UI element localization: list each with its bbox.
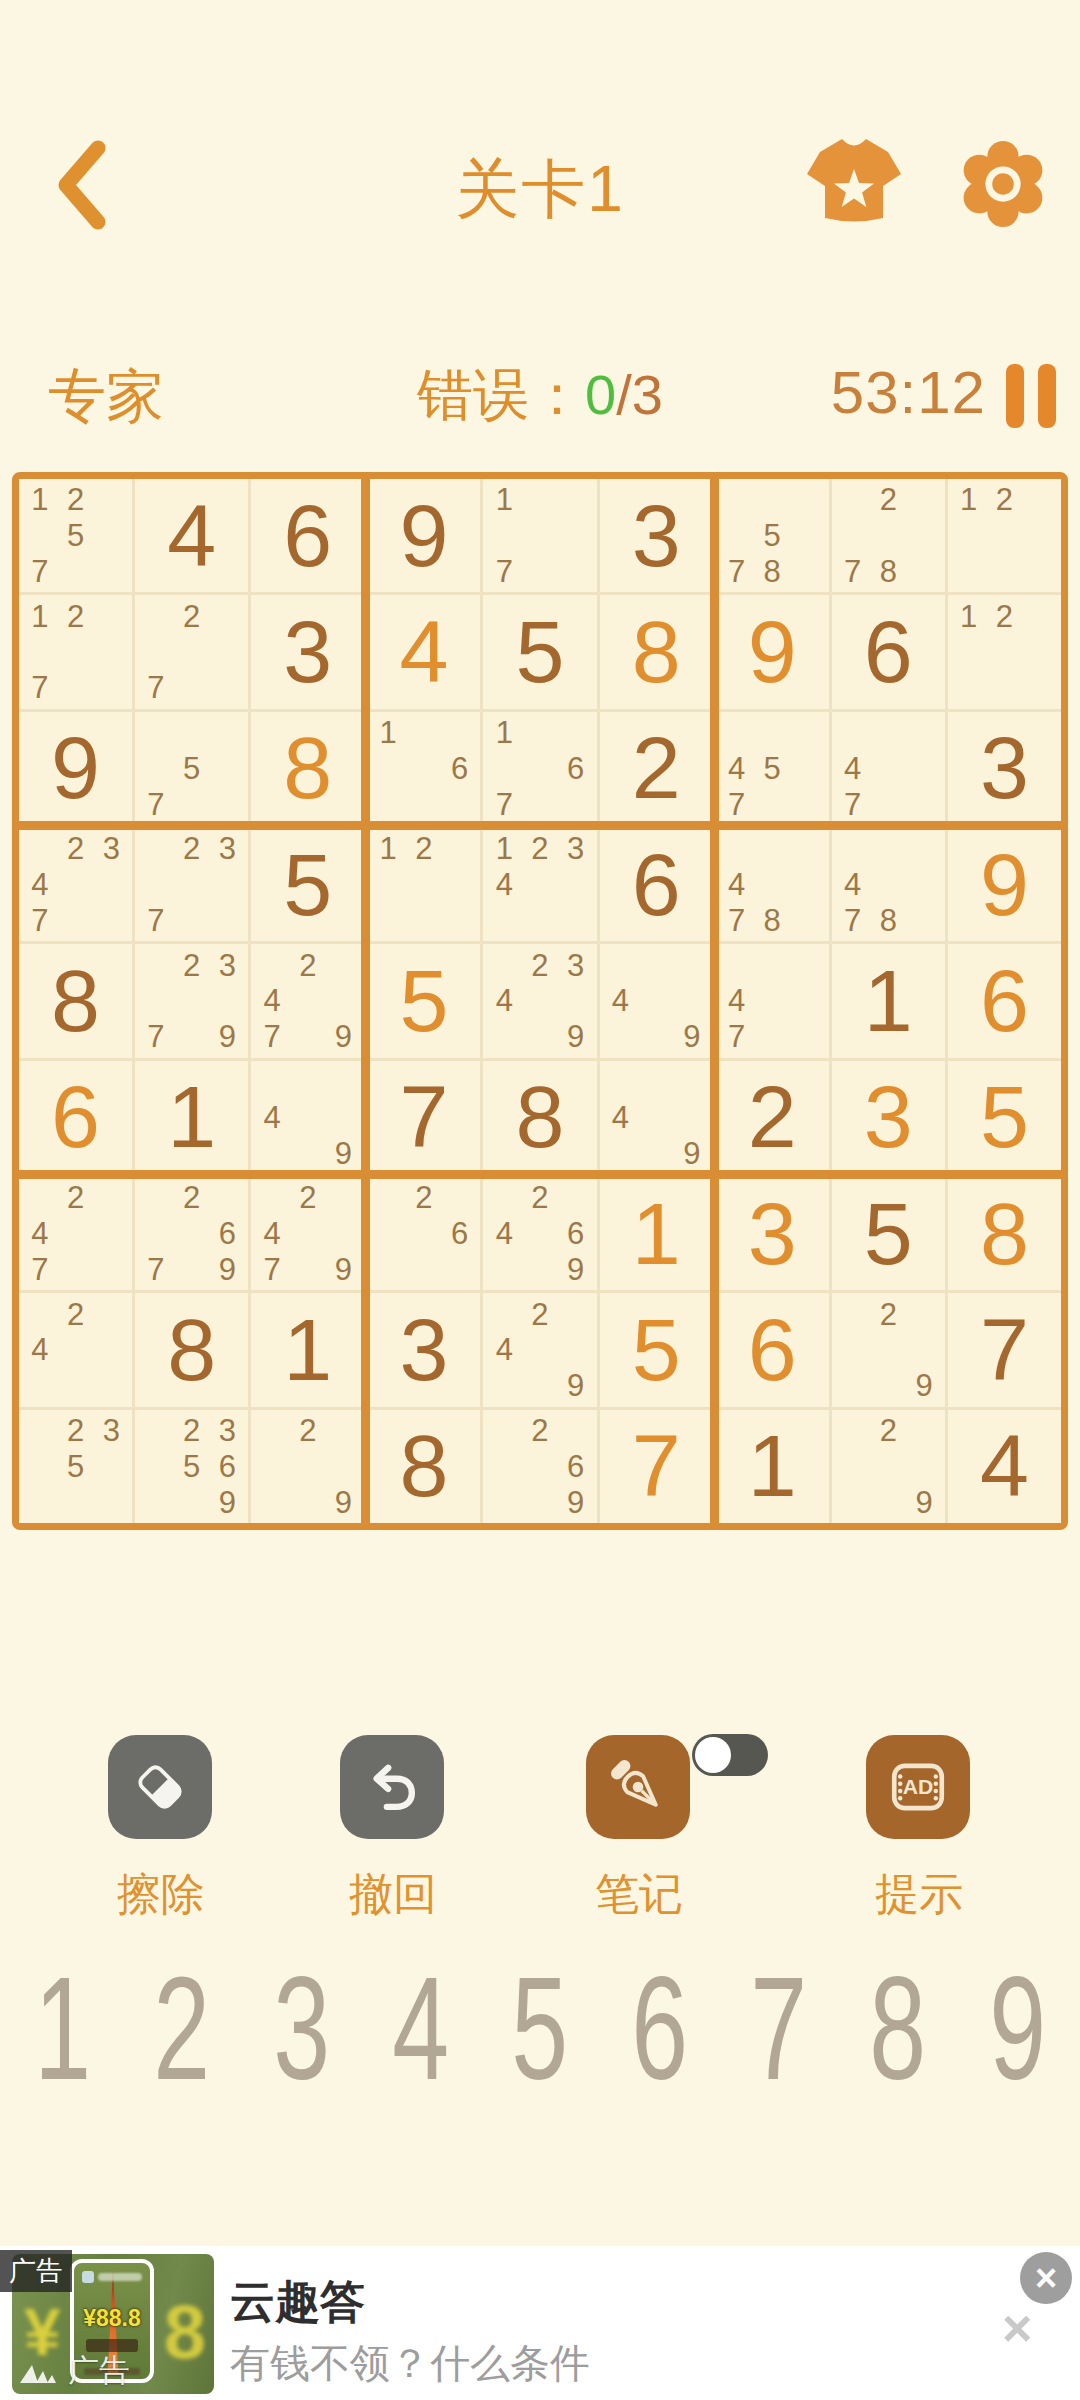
numpad-2[interactable]: 2 <box>154 1956 211 2102</box>
note-digit: 6 <box>558 1216 594 1252</box>
cell-r1c9[interactable]: 12 <box>948 479 1061 592</box>
pencil-notes: 26 <box>370 1180 477 1287</box>
note-digit: 4 <box>719 983 755 1019</box>
pencil-notes: 2479 <box>254 947 361 1054</box>
notes-button[interactable]: 笔记 <box>586 1735 692 1924</box>
note-digit: 9 <box>326 1135 362 1171</box>
cell-r1c8[interactable]: 278 <box>832 479 945 592</box>
numpad-7[interactable]: 7 <box>750 1956 807 2102</box>
note-digit: 4 <box>254 1216 290 1252</box>
note-digit: 2 <box>522 1413 558 1449</box>
note-digit: 1 <box>486 715 522 751</box>
pause-button[interactable] <box>1006 364 1060 430</box>
numpad-8[interactable]: 8 <box>870 1956 927 2102</box>
cell-r9c3[interactable]: 29 <box>251 1410 364 1523</box>
note-digit: 9 <box>558 1019 594 1055</box>
cell-r4c9[interactable]: 9 <box>948 828 1061 941</box>
user-digit: 1 <box>632 1190 681 1278</box>
cell-r6c5[interactable]: 8 <box>483 1061 596 1174</box>
note-digit: 4 <box>719 750 755 786</box>
given-digit: 1 <box>748 1422 797 1510</box>
pencil-notes: 49 <box>603 947 710 1054</box>
blurred-text-bar <box>98 2273 142 2281</box>
note-digit: 7 <box>22 903 58 939</box>
cell-r8c7[interactable]: 6 <box>716 1293 829 1406</box>
cell-r9c6[interactable]: 7 <box>600 1410 713 1523</box>
note-digit: 2 <box>174 1413 210 1449</box>
note-digit: 7 <box>486 786 522 822</box>
note-digit: 7 <box>719 1019 755 1055</box>
errors-indicator: 错误：0/3 <box>417 358 663 434</box>
pause-bar <box>1006 364 1024 428</box>
note-digit: 2 <box>522 947 558 983</box>
theme-shirt-icon[interactable] <box>806 130 902 230</box>
toggle-knob <box>695 1737 731 1773</box>
note-digit: 9 <box>326 1019 362 1055</box>
given-digit: 6 <box>632 841 681 929</box>
numpad-9[interactable]: 9 <box>989 1956 1046 2102</box>
note-digit: 2 <box>58 598 94 634</box>
cell-r5c2[interactable]: 2379 <box>135 944 248 1057</box>
pencil-notes: 2679 <box>138 1180 245 1287</box>
numpad: 123456789 <box>0 1956 1080 2102</box>
user-digit: 7 <box>632 1422 681 1510</box>
note-digit: 1 <box>370 831 406 867</box>
note-digit: 5 <box>754 518 790 554</box>
pencil-notes: 27 <box>138 598 245 705</box>
note-digit: 7 <box>138 903 174 939</box>
note-digit: 4 <box>486 983 522 1019</box>
note-digit: 9 <box>326 1252 362 1288</box>
close-icon: × <box>1035 2259 1057 2297</box>
note-digit: 1 <box>951 482 987 518</box>
pencil-notes: 478 <box>835 831 942 938</box>
pen-nib-icon <box>586 1735 690 1839</box>
pencil-notes: 457 <box>719 715 826 822</box>
note-digit: 4 <box>486 1216 522 1252</box>
given-digit: 2 <box>632 724 681 812</box>
eraser-icon <box>108 1735 212 1839</box>
pencil-notes: 1257 <box>22 482 129 589</box>
ad-watermark-text: 广告 <box>68 2350 130 2392</box>
cell-r1c6[interactable]: 3 <box>600 479 713 592</box>
note-digit: 4 <box>22 1216 58 1252</box>
numpad-4[interactable]: 4 <box>392 1956 449 2102</box>
user-digit: 8 <box>980 1190 1029 1278</box>
cell-r2c8[interactable]: 6 <box>832 595 945 708</box>
note-digit: 4 <box>254 1099 290 1135</box>
note-digit: 7 <box>138 1019 174 1055</box>
note-digit: 6 <box>210 1448 246 1484</box>
cell-r2c9[interactable]: 12 <box>948 595 1061 708</box>
cell-r5c8[interactable]: 1 <box>832 944 945 1057</box>
cell-r6c9[interactable]: 5 <box>948 1061 1061 1174</box>
note-digit: 7 <box>22 1252 58 1288</box>
note-digit: 2 <box>58 1180 94 1216</box>
pencil-notes: 237 <box>138 831 245 938</box>
cell-r3c3[interactable]: 8 <box>251 712 364 825</box>
note-digit: 9 <box>326 1484 362 1520</box>
pencil-notes: 47 <box>719 947 826 1054</box>
note-digit: 5 <box>58 518 94 554</box>
pencil-notes: 127 <box>22 598 129 705</box>
settings-gear-icon[interactable] <box>956 136 1050 232</box>
note-digit: 7 <box>254 1019 290 1055</box>
user-digit: 6 <box>748 1306 797 1394</box>
note-digit: 1 <box>370 715 406 751</box>
cell-r3c5[interactable]: 167 <box>483 712 596 825</box>
undo-label: 撤回 <box>340 1865 446 1924</box>
user-digit: 5 <box>632 1306 681 1394</box>
cell-r6c6[interactable]: 49 <box>600 1061 713 1174</box>
cell-r7c5[interactable]: 2469 <box>483 1177 596 1290</box>
note-digit: 2 <box>406 831 442 867</box>
note-digit: 8 <box>754 554 790 590</box>
given-digit: 2 <box>748 1073 797 1161</box>
cell-r8c2[interactable]: 8 <box>135 1293 248 1406</box>
pencil-notes: 29 <box>835 1413 942 1520</box>
timer-value: 53:12 <box>831 358 986 427</box>
notes-label: 笔记 <box>586 1865 692 1924</box>
note-digit: 4 <box>835 867 871 903</box>
cell-r6c8[interactable]: 3 <box>832 1061 945 1174</box>
note-digit: 3 <box>93 1413 129 1449</box>
cell-r9c4[interactable]: 8 <box>367 1410 480 1523</box>
pencil-notes: 235 <box>22 1413 129 1520</box>
cell-r9c8[interactable]: 29 <box>832 1410 945 1523</box>
given-digit: 3 <box>399 1306 448 1394</box>
numpad-5[interactable]: 5 <box>512 1956 569 2102</box>
user-digit: 8 <box>632 608 681 696</box>
pencil-notes: 2379 <box>138 947 245 1054</box>
note-digit: 2 <box>870 482 906 518</box>
pencil-notes: 1234 <box>486 831 593 938</box>
given-digit: 4 <box>167 492 216 580</box>
cell-r3c2[interactable]: 57 <box>135 712 248 825</box>
note-digit: 2 <box>406 1180 442 1216</box>
cell-r4c6[interactable]: 6 <box>600 828 713 941</box>
note-digit: 6 <box>210 1216 246 1252</box>
note-digit: 4 <box>22 1332 58 1368</box>
ad-badge-text: AD <box>903 1775 934 1798</box>
note-digit: 2 <box>174 598 210 634</box>
pencil-notes: 12 <box>951 482 1058 589</box>
given-digit: 8 <box>399 1422 448 1510</box>
cell-r4c8[interactable]: 478 <box>832 828 945 941</box>
note-digit: 9 <box>558 1368 594 1404</box>
note-digit: 9 <box>210 1019 246 1055</box>
cell-r5c6[interactable]: 49 <box>600 944 713 1057</box>
cell-r6c4[interactable]: 7 <box>367 1061 480 1174</box>
pencil-notes: 2469 <box>486 1180 593 1287</box>
ad-price-text: ¥88.8 <box>74 2305 150 2332</box>
erase-button[interactable]: 擦除 <box>108 1735 214 1924</box>
cell-r8c9[interactable]: 7 <box>948 1293 1061 1406</box>
ad-tag: 广告 <box>0 2250 72 2292</box>
note-digit: 9 <box>674 1019 710 1055</box>
cell-r5c3[interactable]: 2479 <box>251 944 364 1057</box>
pencil-notes: 12 <box>370 831 477 938</box>
note-digit: 2 <box>174 947 210 983</box>
note-digit: 1 <box>486 482 522 518</box>
note-digit: 4 <box>486 1332 522 1368</box>
cell-r3c7[interactable]: 457 <box>716 712 829 825</box>
pencil-notes: 47 <box>835 715 942 822</box>
note-digit: 4 <box>486 867 522 903</box>
user-digit: 9 <box>980 841 1029 929</box>
cell-r3c9[interactable]: 3 <box>948 712 1061 825</box>
given-digit: 1 <box>864 957 913 1045</box>
note-digit: 3 <box>210 1413 246 1449</box>
ad-digit-glyph: 8 <box>164 2288 206 2375</box>
pencil-notes: 23569 <box>138 1413 245 1520</box>
cell-r2c5[interactable]: 5 <box>483 595 596 708</box>
note-digit: 6 <box>558 1448 594 1484</box>
note-digit: 1 <box>22 482 58 518</box>
pencil-notes: 49 <box>254 1064 361 1171</box>
note-digit: 2 <box>522 1296 558 1332</box>
cell-r7c8[interactable]: 5 <box>832 1177 945 1290</box>
given-digit: 6 <box>864 608 913 696</box>
undo-button[interactable]: 撤回 <box>340 1735 446 1924</box>
note-digit: 7 <box>138 670 174 706</box>
cell-r7c4[interactable]: 26 <box>367 1177 480 1290</box>
given-digit: 7 <box>399 1073 448 1161</box>
cell-r3c8[interactable]: 47 <box>832 712 945 825</box>
note-digit: 3 <box>93 831 129 867</box>
page-title: 关卡1 <box>0 146 1080 233</box>
note-digit: 7 <box>254 1252 290 1288</box>
cell-r6c2[interactable]: 1 <box>135 1061 248 1174</box>
given-digit: 3 <box>632 492 681 580</box>
cell-r4c5[interactable]: 1234 <box>483 828 596 941</box>
user-digit: 4 <box>399 608 448 696</box>
cell-r4c4[interactable]: 12 <box>367 828 480 941</box>
note-digit: 5 <box>174 1448 210 1484</box>
note-digit: 3 <box>558 831 594 867</box>
note-digit: 3 <box>558 947 594 983</box>
cell-r2c2[interactable]: 27 <box>135 595 248 708</box>
user-digit: 3 <box>748 1190 797 1278</box>
note-digit: 6 <box>442 1216 478 1252</box>
note-digit: 2 <box>58 1296 94 1332</box>
cell-r7c3[interactable]: 2479 <box>251 1177 364 1290</box>
status-bar: 专家 错误：0/3 53:12 <box>0 352 1080 432</box>
pencil-notes: 17 <box>486 482 593 589</box>
note-digit: 9 <box>210 1252 246 1288</box>
pencil-notes: 247 <box>22 1180 129 1287</box>
hint-label: 提示 <box>866 1865 972 1924</box>
cell-r4c3[interactable]: 5 <box>251 828 364 941</box>
cell-r4c2[interactable]: 237 <box>135 828 248 941</box>
erase-label: 擦除 <box>108 1865 214 1924</box>
errors-label: 错误： <box>417 363 585 426</box>
given-digit: 5 <box>283 841 332 929</box>
cell-r9c9[interactable]: 4 <box>948 1410 1061 1523</box>
note-digit: 6 <box>442 750 478 786</box>
app-icon <box>82 2271 94 2283</box>
cell-r2c6[interactable]: 8 <box>600 595 713 708</box>
note-digit: 4 <box>254 983 290 1019</box>
hint-button[interactable]: AD 提示 <box>866 1735 972 1924</box>
given-digit: 9 <box>51 724 100 812</box>
ad-close-button[interactable]: × <box>1020 2252 1072 2304</box>
pencil-notes: 278 <box>835 482 942 589</box>
given-digit: 5 <box>516 608 565 696</box>
cell-r7c6[interactable]: 1 <box>600 1177 713 1290</box>
sudoku-board: 1257469173578278121272734589612957816167… <box>12 472 1068 1530</box>
note-digit: 9 <box>210 1484 246 1520</box>
cell-r2c7[interactable]: 9 <box>716 595 829 708</box>
pencil-notes: 249 <box>486 1296 593 1403</box>
block-border <box>19 821 1061 830</box>
cell-r7c9[interactable]: 8 <box>948 1177 1061 1290</box>
note-digit: 7 <box>835 786 871 822</box>
note-digit: 2 <box>870 1413 906 1449</box>
ad-film-icon: AD <box>866 1735 970 1839</box>
cell-r3c4[interactable]: 16 <box>367 712 480 825</box>
cell-r9c1[interactable]: 235 <box>19 1410 132 1523</box>
note-digit: 2 <box>58 831 94 867</box>
cell-r1c1[interactable]: 1257 <box>19 479 132 592</box>
cell-r8c4[interactable]: 3 <box>367 1293 480 1406</box>
cell-r7c2[interactable]: 2679 <box>135 1177 248 1290</box>
cell-r3c6[interactable]: 2 <box>600 712 713 825</box>
cell-r7c7[interactable]: 3 <box>716 1177 829 1290</box>
ad-subtitle: 有钱不领？什么条件 <box>230 2336 590 2391</box>
cell-r9c2[interactable]: 23569 <box>135 1410 248 1523</box>
note-digit: 4 <box>603 1099 639 1135</box>
note-digit: 2 <box>290 1413 326 1449</box>
cell-r5c1[interactable]: 8 <box>19 944 132 1057</box>
given-digit: 3 <box>283 608 332 696</box>
cell-r8c8[interactable]: 29 <box>832 1293 945 1406</box>
user-digit: 3 <box>864 1073 913 1161</box>
note-digit: 7 <box>835 554 871 590</box>
note-digit: 1 <box>486 831 522 867</box>
cell-r9c7[interactable]: 1 <box>716 1410 829 1523</box>
note-digit: 2 <box>290 947 326 983</box>
given-digit: 8 <box>516 1073 565 1161</box>
note-digit: 7 <box>486 554 522 590</box>
pencil-notes: 24 <box>22 1296 129 1403</box>
user-digit: 5 <box>399 957 448 1045</box>
cell-r5c7[interactable]: 47 <box>716 944 829 1057</box>
cell-r4c1[interactable]: 2347 <box>19 828 132 941</box>
numpad-3[interactable]: 3 <box>273 1956 330 2102</box>
cell-r2c3[interactable]: 3 <box>251 595 364 708</box>
errors-count: 0 <box>585 363 616 426</box>
pause-bar <box>1038 364 1056 428</box>
given-digit: 5 <box>864 1190 913 1278</box>
cell-r1c5[interactable]: 17 <box>483 479 596 592</box>
note-digit: 5 <box>174 750 210 786</box>
note-digit: 9 <box>558 1484 594 1520</box>
ad-banner[interactable]: 广告 ¥ 8 ¥88.8 广告 云趣答 有钱不领？什么条 <box>0 2246 1080 2400</box>
given-digit: 3 <box>980 724 1029 812</box>
cell-r2c1[interactable]: 127 <box>19 595 132 708</box>
given-digit: 4 <box>980 1422 1029 1510</box>
cell-r4c7[interactable]: 478 <box>716 828 829 941</box>
cell-r5c9[interactable]: 6 <box>948 944 1061 1057</box>
note-digit: 7 <box>22 554 58 590</box>
cell-r8c3[interactable]: 1 <box>251 1293 364 1406</box>
note-digit: 7 <box>138 786 174 822</box>
note-digit: 7 <box>719 786 755 822</box>
cell-r8c1[interactable]: 24 <box>19 1293 132 1406</box>
sudoku-app-screen: 关卡1 专家 错误：0/3 53:12 12574691735782781212… <box>0 0 1080 2400</box>
cell-r6c1[interactable]: 6 <box>19 1061 132 1174</box>
pencil-notes: 57 <box>138 715 245 822</box>
note-digit: 2 <box>58 482 94 518</box>
note-digit: 9 <box>906 1368 942 1404</box>
given-digit: 7 <box>980 1306 1029 1394</box>
given-digit: 1 <box>167 1073 216 1161</box>
pencil-notes: 269 <box>486 1413 593 1520</box>
note-digit: 7 <box>719 554 755 590</box>
note-digit: 5 <box>58 1448 94 1484</box>
pencil-notes: 2347 <box>22 831 129 938</box>
user-digit: 6 <box>980 957 1029 1045</box>
numpad-6[interactable]: 6 <box>631 1956 688 2102</box>
cell-r3c1[interactable]: 9 <box>19 712 132 825</box>
cell-r1c3[interactable]: 6 <box>251 479 364 592</box>
user-digit: 9 <box>748 608 797 696</box>
note-digit: 2 <box>522 1180 558 1216</box>
note-digit: 2 <box>174 831 210 867</box>
note-digit: 3 <box>210 947 246 983</box>
note-digit: 9 <box>558 1252 594 1288</box>
user-digit: 6 <box>51 1073 100 1161</box>
cell-r1c4[interactable]: 9 <box>367 479 480 592</box>
notes-toggle[interactable] <box>692 1734 768 1776</box>
given-digit: 9 <box>399 492 448 580</box>
block-border <box>19 1170 1061 1179</box>
cell-r8c5[interactable]: 249 <box>483 1293 596 1406</box>
pencil-notes: 2479 <box>254 1180 361 1287</box>
given-digit: 8 <box>51 957 100 1045</box>
given-digit: 8 <box>167 1306 216 1394</box>
note-digit: 2 <box>987 482 1023 518</box>
block-border <box>361 479 370 1523</box>
cell-r8c6[interactable]: 5 <box>600 1293 713 1406</box>
cell-r1c7[interactable]: 578 <box>716 479 829 592</box>
note-digit: 9 <box>674 1135 710 1171</box>
pencil-notes: 29 <box>254 1413 361 1520</box>
cell-r9c5[interactable]: 269 <box>483 1410 596 1523</box>
ad-network-logo-icon <box>18 2357 64 2385</box>
cell-r5c5[interactable]: 2349 <box>483 944 596 1057</box>
cell-r6c7[interactable]: 2 <box>716 1061 829 1174</box>
numpad-1[interactable]: 1 <box>34 1956 91 2102</box>
cell-r1c2[interactable]: 4 <box>135 479 248 592</box>
note-digit: 7 <box>719 903 755 939</box>
cell-r5c4[interactable]: 5 <box>367 944 480 1057</box>
note-digit: 8 <box>870 903 906 939</box>
cell-r6c3[interactable]: 49 <box>251 1061 364 1174</box>
cell-r7c1[interactable]: 247 <box>19 1177 132 1290</box>
note-digit: 9 <box>906 1484 942 1520</box>
note-digit: 7 <box>138 1252 174 1288</box>
note-digit: 8 <box>870 554 906 590</box>
given-digit: 6 <box>283 492 332 580</box>
ad-title: 云趣答 <box>230 2272 365 2332</box>
note-digit: 4 <box>603 983 639 1019</box>
note-digit: 4 <box>719 867 755 903</box>
cell-r2c4[interactable]: 4 <box>367 595 480 708</box>
note-digit: 2 <box>870 1296 906 1332</box>
note-digit: 6 <box>558 750 594 786</box>
